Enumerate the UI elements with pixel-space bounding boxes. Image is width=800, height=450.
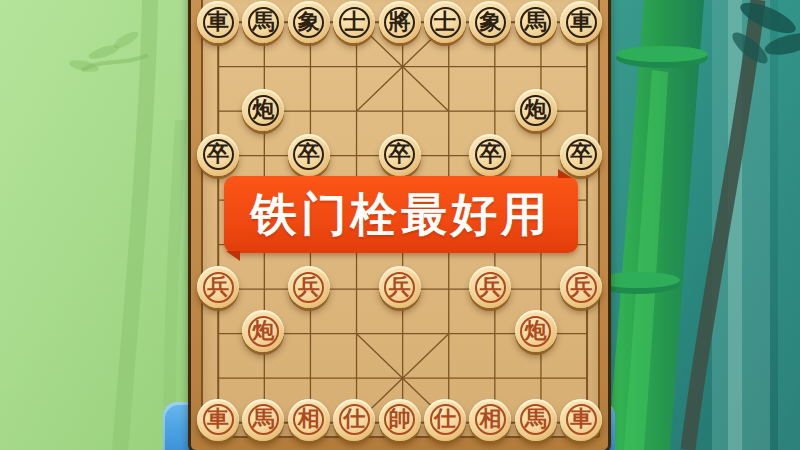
piece-red-soldier[interactable]: 兵 bbox=[560, 266, 602, 308]
piece-black-rook[interactable]: 車 bbox=[560, 1, 602, 43]
piece-glyph: 卒 bbox=[566, 139, 597, 170]
piece-red-rook[interactable]: 車 bbox=[560, 399, 602, 441]
piece-red-soldier[interactable]: 兵 bbox=[197, 266, 239, 308]
piece-glyph: 車 bbox=[203, 404, 234, 435]
piece-black-soldier[interactable]: 卒 bbox=[379, 134, 421, 176]
piece-glyph: 象 bbox=[293, 7, 324, 38]
piece-glyph: 兵 bbox=[566, 272, 597, 303]
bamboo-art-right bbox=[600, 0, 800, 450]
piece-black-soldier[interactable]: 卒 bbox=[469, 134, 511, 176]
piece-red-advisor[interactable]: 仕 bbox=[424, 399, 466, 441]
piece-red-advisor[interactable]: 仕 bbox=[333, 399, 375, 441]
piece-red-rook[interactable]: 車 bbox=[197, 399, 239, 441]
piece-glyph: 炮 bbox=[248, 95, 279, 126]
piece-black-rook[interactable]: 車 bbox=[197, 1, 239, 43]
piece-glyph: 仕 bbox=[430, 404, 461, 435]
piece-black-horse[interactable]: 馬 bbox=[242, 1, 284, 43]
piece-glyph: 馬 bbox=[248, 7, 279, 38]
piece-glyph: 兵 bbox=[203, 272, 234, 303]
piece-red-horse[interactable]: 馬 bbox=[242, 399, 284, 441]
piece-glyph: 炮 bbox=[520, 95, 551, 126]
caption-banner: 铁门栓最好用 bbox=[224, 176, 578, 253]
piece-glyph: 卒 bbox=[475, 139, 506, 170]
piece-black-elephant[interactable]: 象 bbox=[288, 1, 330, 43]
game-screen: 車馬象士將士象馬車炮炮卒卒卒卒卒兵兵兵兵兵炮炮車馬相仕帥仕相馬車 铁门栓最好用 bbox=[0, 0, 800, 450]
background-bamboo-right bbox=[600, 0, 800, 450]
piece-red-general[interactable]: 帥 bbox=[379, 399, 421, 441]
piece-black-advisor[interactable]: 士 bbox=[424, 1, 466, 43]
piece-glyph: 車 bbox=[203, 7, 234, 38]
bamboo-art-left bbox=[0, 0, 196, 450]
piece-glyph: 卒 bbox=[203, 139, 234, 170]
piece-glyph: 馬 bbox=[520, 7, 551, 38]
piece-glyph: 象 bbox=[475, 7, 506, 38]
piece-glyph: 車 bbox=[566, 7, 597, 38]
piece-glyph: 卒 bbox=[384, 139, 415, 170]
piece-black-soldier[interactable]: 卒 bbox=[288, 134, 330, 176]
piece-glyph: 相 bbox=[475, 404, 506, 435]
caption-text: 铁门栓最好用 bbox=[251, 184, 551, 246]
piece-black-cannon[interactable]: 炮 bbox=[515, 89, 557, 131]
piece-glyph: 車 bbox=[566, 404, 597, 435]
background-bamboo-left bbox=[0, 0, 196, 450]
piece-glyph: 士 bbox=[430, 7, 461, 38]
piece-glyph: 士 bbox=[339, 7, 370, 38]
piece-red-elephant[interactable]: 相 bbox=[469, 399, 511, 441]
piece-red-cannon[interactable]: 炮 bbox=[242, 310, 284, 352]
piece-glyph: 兵 bbox=[475, 272, 506, 303]
piece-glyph: 兵 bbox=[384, 272, 415, 303]
piece-glyph: 兵 bbox=[293, 272, 324, 303]
piece-glyph: 卒 bbox=[293, 139, 324, 170]
piece-black-advisor[interactable]: 士 bbox=[333, 1, 375, 43]
piece-glyph: 相 bbox=[293, 404, 324, 435]
piece-red-soldier[interactable]: 兵 bbox=[288, 266, 330, 308]
piece-glyph: 將 bbox=[384, 7, 415, 38]
piece-black-elephant[interactable]: 象 bbox=[469, 1, 511, 43]
piece-glyph: 馬 bbox=[248, 404, 279, 435]
piece-red-soldier[interactable]: 兵 bbox=[469, 266, 511, 308]
piece-glyph: 炮 bbox=[248, 316, 279, 347]
piece-red-cannon[interactable]: 炮 bbox=[515, 310, 557, 352]
piece-red-horse[interactable]: 馬 bbox=[515, 399, 557, 441]
piece-black-cannon[interactable]: 炮 bbox=[242, 89, 284, 131]
piece-black-soldier[interactable]: 卒 bbox=[197, 134, 239, 176]
piece-black-horse[interactable]: 馬 bbox=[515, 1, 557, 43]
piece-black-general[interactable]: 將 bbox=[379, 1, 421, 43]
piece-glyph: 炮 bbox=[520, 316, 551, 347]
piece-glyph: 馬 bbox=[520, 404, 551, 435]
piece-red-elephant[interactable]: 相 bbox=[288, 399, 330, 441]
piece-red-soldier[interactable]: 兵 bbox=[379, 266, 421, 308]
piece-glyph: 帥 bbox=[384, 404, 415, 435]
piece-glyph: 仕 bbox=[339, 404, 370, 435]
